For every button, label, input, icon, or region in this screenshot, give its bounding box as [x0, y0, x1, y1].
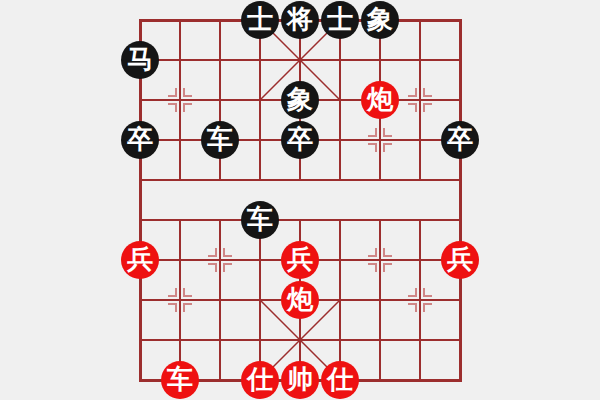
piece-red-cannon-1[interactable]: 炮 [361, 81, 399, 119]
piece-black-rook-2[interactable]: 车 [241, 201, 279, 239]
piece-red-advisor-1[interactable]: 仕 [241, 361, 279, 399]
piece-red-rook-1[interactable]: 车 [161, 361, 199, 399]
piece-black-advisor-1[interactable]: 士 [241, 1, 279, 39]
piece-black-pawn-1[interactable]: 卒 [121, 121, 159, 159]
piece-black-advisor-2[interactable]: 士 [321, 1, 359, 39]
piece-black-pawn-2[interactable]: 卒 [281, 121, 319, 159]
piece-red-cannon-2[interactable]: 炮 [281, 281, 319, 319]
piece-black-pawn-3[interactable]: 卒 [441, 121, 479, 159]
piece-black-rook-1[interactable]: 车 [201, 121, 239, 159]
piece-red-pawn-2[interactable]: 兵 [281, 241, 319, 279]
piece-black-king[interactable]: 将 [281, 1, 319, 39]
piece-black-elephant-1[interactable]: 象 [361, 1, 399, 39]
screenshot-stage: 士将士象马象炮卒车卒卒车兵兵兵炮车仕帅仕 [0, 0, 600, 400]
piece-red-advisor-2[interactable]: 仕 [321, 361, 359, 399]
piece-black-horse-1[interactable]: 马 [121, 41, 159, 79]
xiangqi-board: 士将士象马象炮卒车卒卒车兵兵兵炮车仕帅仕 [120, 0, 480, 400]
piece-black-elephant-2[interactable]: 象 [281, 81, 319, 119]
piece-red-king[interactable]: 帅 [281, 361, 319, 399]
piece-grid: 士将士象马象炮卒车卒卒车兵兵兵炮车仕帅仕 [120, 0, 480, 400]
piece-red-pawn-3[interactable]: 兵 [441, 241, 479, 279]
piece-red-pawn-1[interactable]: 兵 [121, 241, 159, 279]
